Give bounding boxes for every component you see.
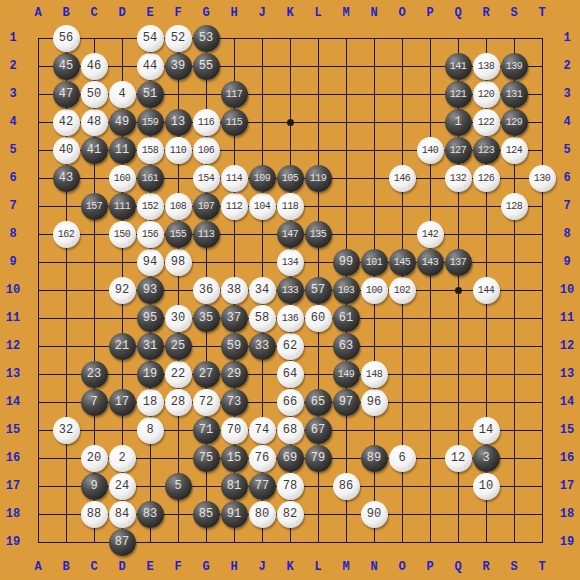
stone-black-79[interactable]: 79: [305, 445, 332, 472]
coordinate-label: 1: [554, 24, 580, 52]
stone-black-127[interactable]: 127: [445, 137, 472, 164]
coordinate-label: P: [416, 554, 444, 580]
stone-white-80[interactable]: 80: [249, 501, 276, 528]
stone-white-114[interactable]: 114: [221, 165, 248, 192]
stone-black-17[interactable]: 17: [109, 389, 136, 416]
stone-black-1[interactable]: 1: [445, 109, 472, 136]
stone-white-104[interactable]: 104: [249, 193, 276, 220]
stone-white-118[interactable]: 118: [277, 193, 304, 220]
stone-white-160[interactable]: 160: [109, 165, 136, 192]
stone-white-138[interactable]: 138: [473, 53, 500, 80]
stone-black-97[interactable]: 97: [333, 389, 360, 416]
stone-white-116[interactable]: 116: [193, 109, 220, 136]
stone-white-46[interactable]: 46: [81, 53, 108, 80]
coordinate-label: 5: [554, 136, 580, 164]
stone-white-78[interactable]: 78: [277, 473, 304, 500]
coordinate-label: B: [52, 554, 80, 580]
stone-black-87[interactable]: 87: [109, 529, 136, 556]
coordinate-label: R: [472, 554, 500, 580]
stone-white-38[interactable]: 38: [221, 277, 248, 304]
column-labels-top: ABCDEFGHJKLMNOPQRST: [24, 0, 556, 26]
coordinate-label: 8: [0, 220, 26, 248]
stone-black-65[interactable]: 65: [305, 389, 332, 416]
coordinate-label: 15: [0, 416, 26, 444]
stone-white-58[interactable]: 58: [249, 305, 276, 332]
stone-white-136[interactable]: 136: [277, 305, 304, 332]
star-point: [287, 119, 294, 126]
coordinate-label: T: [528, 0, 556, 26]
coordinate-label: 12: [0, 332, 26, 360]
stone-black-3[interactable]: 3: [473, 445, 500, 472]
stone-white-126[interactable]: 126: [473, 165, 500, 192]
stone-white-134[interactable]: 134: [277, 249, 304, 276]
coordinate-label: 18: [0, 500, 26, 528]
stone-black-111[interactable]: 111: [109, 193, 136, 220]
stone-black-117[interactable]: 117: [221, 81, 248, 108]
coordinate-label: K: [276, 554, 304, 580]
stone-black-99[interactable]: 99: [333, 249, 360, 276]
coordinate-label: B: [52, 0, 80, 26]
stone-black-67[interactable]: 67: [305, 417, 332, 444]
coordinate-label: F: [164, 554, 192, 580]
stone-white-74[interactable]: 74: [249, 417, 276, 444]
stone-black-123[interactable]: 123: [473, 137, 500, 164]
stone-black-143[interactable]: 143: [417, 249, 444, 276]
coordinate-label: D: [108, 0, 136, 26]
coordinate-label: T: [528, 554, 556, 580]
stone-white-40[interactable]: 40: [53, 137, 80, 164]
stone-white-92[interactable]: 92: [109, 277, 136, 304]
stone-black-71[interactable]: 71: [193, 417, 220, 444]
stone-black-9[interactable]: 9: [81, 473, 108, 500]
coordinate-label: 6: [554, 164, 580, 192]
stone-white-132[interactable]: 132: [445, 165, 472, 192]
coordinate-label: 2: [0, 52, 26, 80]
stone-white-154[interactable]: 154: [193, 165, 220, 192]
stone-black-35[interactable]: 35: [193, 305, 220, 332]
coordinate-label: 16: [0, 444, 26, 472]
stone-white-14[interactable]: 14: [473, 417, 500, 444]
stone-black-103[interactable]: 103: [333, 277, 360, 304]
coordinate-label: O: [388, 554, 416, 580]
stone-black-161[interactable]: 161: [137, 165, 164, 192]
stone-black-73[interactable]: 73: [221, 389, 248, 416]
coordinate-label: 14: [0, 388, 26, 416]
stone-white-148[interactable]: 148: [361, 361, 388, 388]
stone-white-36[interactable]: 36: [193, 277, 220, 304]
coordinate-label: 17: [554, 472, 580, 500]
stone-white-98[interactable]: 98: [165, 249, 192, 276]
coordinate-label: 4: [554, 108, 580, 136]
coordinate-label: F: [164, 0, 192, 26]
star-point: [455, 287, 462, 294]
coordinate-label: O: [388, 0, 416, 26]
stone-black-63[interactable]: 63: [333, 333, 360, 360]
stone-black-135[interactable]: 135: [305, 221, 332, 248]
stone-black-91[interactable]: 91: [221, 501, 248, 528]
coordinate-label: J: [248, 0, 276, 26]
coordinate-label: 13: [0, 360, 26, 388]
stone-black-75[interactable]: 75: [193, 445, 220, 472]
coordinate-label: 8: [554, 220, 580, 248]
stone-white-128[interactable]: 128: [501, 193, 528, 220]
stone-white-42[interactable]: 42: [53, 109, 80, 136]
stone-black-93[interactable]: 93: [137, 277, 164, 304]
coordinate-label: 15: [554, 416, 580, 444]
coordinate-label: 17: [0, 472, 26, 500]
stone-white-150[interactable]: 150: [109, 221, 136, 248]
stone-black-27[interactable]: 27: [193, 361, 220, 388]
stone-white-10[interactable]: 10: [473, 473, 500, 500]
stone-black-25[interactable]: 25: [165, 333, 192, 360]
stone-black-121[interactable]: 121: [445, 81, 472, 108]
coordinate-label: 2: [554, 52, 580, 80]
stone-black-137[interactable]: 137: [445, 249, 472, 276]
stone-black-83[interactable]: 83: [137, 501, 164, 528]
coordinate-label: J: [248, 554, 276, 580]
stone-white-44[interactable]: 44: [137, 53, 164, 80]
coordinate-label: Q: [444, 554, 472, 580]
stone-white-90[interactable]: 90: [361, 501, 388, 528]
stone-white-120[interactable]: 120: [473, 81, 500, 108]
stone-black-145[interactable]: 145: [389, 249, 416, 276]
stone-black-41[interactable]: 41: [81, 137, 108, 164]
stone-black-23[interactable]: 23: [81, 361, 108, 388]
coordinate-label: 7: [0, 192, 26, 220]
coordinate-label: 3: [0, 80, 26, 108]
stone-white-82[interactable]: 82: [277, 501, 304, 528]
coordinate-label: 19: [0, 528, 26, 556]
coordinate-label: E: [136, 0, 164, 26]
stone-black-29[interactable]: 29: [221, 361, 248, 388]
coordinate-label: 5: [0, 136, 26, 164]
stone-black-107[interactable]: 107: [193, 193, 220, 220]
stone-black-131[interactable]: 131: [501, 81, 528, 108]
stone-white-4[interactable]: 4: [109, 81, 136, 108]
stone-white-146[interactable]: 146: [389, 165, 416, 192]
stone-black-5[interactable]: 5: [165, 473, 192, 500]
stone-black-49[interactable]: 49: [109, 109, 136, 136]
stone-white-142[interactable]: 142: [417, 221, 444, 248]
stone-white-122[interactable]: 122: [473, 109, 500, 136]
coordinate-label: 16: [554, 444, 580, 472]
stone-white-18[interactable]: 18: [137, 389, 164, 416]
stone-black-139[interactable]: 139: [501, 53, 528, 80]
stone-black-141[interactable]: 141: [445, 53, 472, 80]
board-grid: 1234567891011121314151718192021222324252…: [24, 24, 556, 556]
stone-white-108[interactable]: 108: [165, 193, 192, 220]
stone-white-66[interactable]: 66: [277, 389, 304, 416]
stone-white-54[interactable]: 54: [137, 25, 164, 52]
coordinate-label: 11: [554, 304, 580, 332]
stone-white-96[interactable]: 96: [361, 389, 388, 416]
coordinate-label: S: [500, 0, 528, 26]
stone-white-2[interactable]: 2: [109, 445, 136, 472]
stone-white-112[interactable]: 112: [221, 193, 248, 220]
stone-white-158[interactable]: 158: [137, 137, 164, 164]
coordinate-label: A: [24, 0, 52, 26]
stone-white-24[interactable]: 24: [109, 473, 136, 500]
stone-black-59[interactable]: 59: [221, 333, 248, 360]
stone-white-52[interactable]: 52: [165, 25, 192, 52]
stone-white-60[interactable]: 60: [305, 305, 332, 332]
stone-black-61[interactable]: 61: [333, 305, 360, 332]
stone-black-129[interactable]: 129: [501, 109, 528, 136]
stone-white-6[interactable]: 6: [389, 445, 416, 472]
stone-white-100[interactable]: 100: [361, 277, 388, 304]
stone-white-88[interactable]: 88: [81, 501, 108, 528]
stone-white-56[interactable]: 56: [53, 25, 80, 52]
coordinate-label: 13: [554, 360, 580, 388]
stone-white-34[interactable]: 34: [249, 277, 276, 304]
coordinate-label: K: [276, 0, 304, 26]
stone-white-76[interactable]: 76: [249, 445, 276, 472]
stone-black-119[interactable]: 119: [305, 165, 332, 192]
stone-white-64[interactable]: 64: [277, 361, 304, 388]
stone-black-53[interactable]: 53: [193, 25, 220, 52]
coordinate-label: R: [472, 0, 500, 26]
coordinate-label: 9: [0, 248, 26, 276]
stone-black-55[interactable]: 55: [193, 53, 220, 80]
stone-black-37[interactable]: 37: [221, 305, 248, 332]
stone-white-28[interactable]: 28: [165, 389, 192, 416]
stone-black-113[interactable]: 113: [193, 221, 220, 248]
stone-white-124[interactable]: 124: [501, 137, 528, 164]
stone-black-57[interactable]: 57: [305, 277, 332, 304]
coordinate-label: 9: [554, 248, 580, 276]
stone-white-152[interactable]: 152: [137, 193, 164, 220]
stone-white-94[interactable]: 94: [137, 249, 164, 276]
coordinate-label: 14: [554, 388, 580, 416]
stone-white-110[interactable]: 110: [165, 137, 192, 164]
coordinate-label: D: [108, 554, 136, 580]
stone-black-15[interactable]: 15: [221, 445, 248, 472]
stone-white-48[interactable]: 48: [81, 109, 108, 136]
stone-white-70[interactable]: 70: [221, 417, 248, 444]
stone-white-20[interactable]: 20: [81, 445, 108, 472]
coordinate-label: 18: [554, 500, 580, 528]
stone-black-149[interactable]: 149: [333, 361, 360, 388]
stone-black-11[interactable]: 11: [109, 137, 136, 164]
stone-black-47[interactable]: 47: [53, 81, 80, 108]
stone-black-157[interactable]: 157: [81, 193, 108, 220]
stone-white-84[interactable]: 84: [109, 501, 136, 528]
stone-white-102[interactable]: 102: [389, 277, 416, 304]
coordinate-label: 7: [554, 192, 580, 220]
stone-white-162[interactable]: 162: [53, 221, 80, 248]
column-labels-bottom: ABCDEFGHJKLMNOPQRST: [24, 554, 556, 580]
coordinate-label: C: [80, 0, 108, 26]
coordinate-label: 10: [554, 276, 580, 304]
coordinate-label: M: [332, 0, 360, 26]
stone-white-72[interactable]: 72: [193, 389, 220, 416]
stone-black-33[interactable]: 33: [249, 333, 276, 360]
stone-white-86[interactable]: 86: [333, 473, 360, 500]
stone-white-12[interactable]: 12: [445, 445, 472, 472]
stone-black-101[interactable]: 101: [361, 249, 388, 276]
row-labels-right: 12345678910111213141516171819: [554, 24, 580, 556]
coordinate-label: C: [80, 554, 108, 580]
coordinate-label: M: [332, 554, 360, 580]
stone-black-105[interactable]: 105: [277, 165, 304, 192]
stone-black-89[interactable]: 89: [361, 445, 388, 472]
coordinate-label: 12: [554, 332, 580, 360]
coordinate-label: P: [416, 0, 444, 26]
stone-black-115[interactable]: 115: [221, 109, 248, 136]
coordinate-label: G: [192, 0, 220, 26]
coordinate-label: 3: [554, 80, 580, 108]
stone-white-62[interactable]: 62: [277, 333, 304, 360]
coordinate-label: 19: [554, 528, 580, 556]
coordinate-label: 1: [0, 24, 26, 52]
stone-white-32[interactable]: 32: [53, 417, 80, 444]
stone-black-77[interactable]: 77: [249, 473, 276, 500]
coordinate-label: N: [360, 0, 388, 26]
coordinate-label: G: [192, 554, 220, 580]
coordinate-label: L: [304, 0, 332, 26]
stone-white-156[interactable]: 156: [137, 221, 164, 248]
coordinate-label: A: [24, 554, 52, 580]
coordinate-label: S: [500, 554, 528, 580]
stone-white-8[interactable]: 8: [137, 417, 164, 444]
coordinate-label: 4: [0, 108, 26, 136]
stone-black-95[interactable]: 95: [137, 305, 164, 332]
coordinate-label: 6: [0, 164, 26, 192]
coordinate-label: E: [136, 554, 164, 580]
stone-black-133[interactable]: 133: [277, 277, 304, 304]
stone-black-81[interactable]: 81: [221, 473, 248, 500]
coordinate-label: Q: [444, 0, 472, 26]
stone-black-69[interactable]: 69: [277, 445, 304, 472]
stone-black-109[interactable]: 109: [249, 165, 276, 192]
coordinate-label: L: [304, 554, 332, 580]
row-labels-left: 12345678910111213141516171819: [0, 24, 26, 556]
stone-white-144[interactable]: 144: [473, 277, 500, 304]
stone-black-155[interactable]: 155: [165, 221, 192, 248]
stone-black-85[interactable]: 85: [193, 501, 220, 528]
stone-white-22[interactable]: 22: [165, 361, 192, 388]
stone-white-140[interactable]: 140: [417, 137, 444, 164]
stone-black-45[interactable]: 45: [53, 53, 80, 80]
coordinate-label: 10: [0, 276, 26, 304]
stone-black-147[interactable]: 147: [277, 221, 304, 248]
coordinate-label: H: [220, 0, 248, 26]
go-board[interactable]: 1234567891011121314151718192021222324252…: [0, 0, 580, 580]
coordinate-label: 11: [0, 304, 26, 332]
coordinate-label: N: [360, 554, 388, 580]
stone-white-68[interactable]: 68: [277, 417, 304, 444]
stone-black-159[interactable]: 159: [137, 109, 164, 136]
stone-black-31[interactable]: 31: [137, 333, 164, 360]
stone-white-130[interactable]: 130: [529, 165, 556, 192]
coordinate-label: H: [220, 554, 248, 580]
stone-black-21[interactable]: 21: [109, 333, 136, 360]
stone-white-30[interactable]: 30: [165, 305, 192, 332]
stone-black-51[interactable]: 51: [137, 81, 164, 108]
stone-black-39[interactable]: 39: [165, 53, 192, 80]
stone-black-19[interactable]: 19: [137, 361, 164, 388]
stone-black-7[interactable]: 7: [81, 389, 108, 416]
stone-white-50[interactable]: 50: [81, 81, 108, 108]
stone-black-43[interactable]: 43: [53, 165, 80, 192]
stone-white-106[interactable]: 106: [193, 137, 220, 164]
stone-black-13[interactable]: 13: [165, 109, 192, 136]
